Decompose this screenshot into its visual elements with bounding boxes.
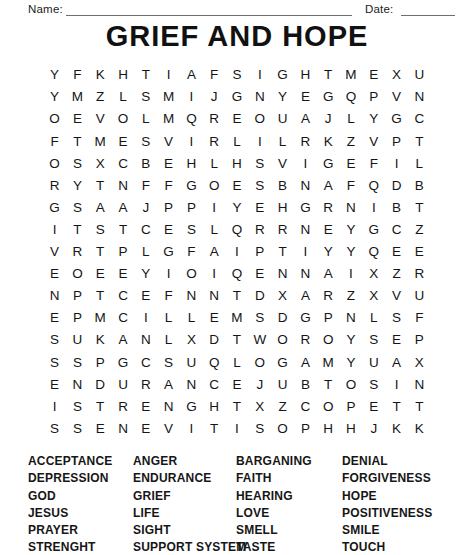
grid-cell[interactable]: C bbox=[408, 108, 431, 130]
grid-cell[interactable]: C bbox=[294, 395, 317, 417]
grid-cell[interactable]: J bbox=[134, 197, 157, 219]
word-list-item: TASTE bbox=[236, 539, 342, 555]
grid-cell[interactable]: J bbox=[317, 108, 340, 130]
grid-cell[interactable]: N bbox=[408, 373, 431, 395]
grid-cell[interactable]: E bbox=[294, 86, 317, 108]
grid-cell[interactable]: R bbox=[43, 174, 66, 196]
grid-cell[interactable]: R bbox=[317, 197, 340, 219]
grid-cell[interactable]: O bbox=[248, 351, 271, 373]
grid-cell[interactable]: S bbox=[43, 418, 66, 440]
grid-cell[interactable]: O bbox=[271, 418, 294, 440]
grid-cell[interactable]: W bbox=[248, 329, 271, 351]
grid-cell[interactable]: B bbox=[294, 373, 317, 395]
grid-cell[interactable]: K bbox=[317, 130, 340, 152]
grid-cell[interactable]: E bbox=[226, 108, 249, 130]
grid-cell[interactable]: N bbox=[203, 285, 226, 307]
grid-cell[interactable]: F bbox=[157, 174, 180, 196]
grid-cell[interactable]: I bbox=[362, 197, 385, 219]
grid-cell[interactable]: T bbox=[385, 395, 408, 417]
grid-cell[interactable]: T bbox=[408, 130, 431, 152]
grid-cell[interactable]: O bbox=[271, 329, 294, 351]
grid-cell[interactable]: L bbox=[340, 108, 363, 130]
grid-cell[interactable]: S bbox=[66, 418, 89, 440]
grid-cell[interactable]: P bbox=[294, 418, 317, 440]
grid-cell[interactable]: P bbox=[340, 395, 363, 417]
grid-cell[interactable]: N bbox=[294, 174, 317, 196]
grid-cell[interactable]: U bbox=[271, 108, 294, 130]
grid-cell[interactable]: Q bbox=[362, 174, 385, 196]
grid-cell[interactable]: E bbox=[226, 373, 249, 395]
grid-cell[interactable]: A bbox=[294, 108, 317, 130]
grid-cell[interactable]: T bbox=[66, 219, 89, 241]
grid-cell[interactable]: H bbox=[271, 197, 294, 219]
grid-cell[interactable]: P bbox=[408, 329, 431, 351]
grid-cell[interactable]: F bbox=[203, 64, 226, 86]
grid-cell[interactable]: H bbox=[226, 152, 249, 174]
grid-cell[interactable]: N bbox=[294, 219, 317, 241]
grid-cell[interactable]: R bbox=[203, 130, 226, 152]
grid-cell[interactable]: E bbox=[248, 263, 271, 285]
grid-cell[interactable]: C bbox=[112, 285, 135, 307]
grid-cell[interactable]: U bbox=[66, 329, 89, 351]
grid-cell[interactable]: T bbox=[226, 329, 249, 351]
grid-cell[interactable]: E bbox=[89, 263, 112, 285]
grid-cell[interactable]: I bbox=[43, 219, 66, 241]
grid-cell[interactable]: G bbox=[112, 351, 135, 373]
grid-cell[interactable]: G bbox=[271, 351, 294, 373]
grid-cell[interactable]: X bbox=[248, 395, 271, 417]
grid-cell[interactable]: G bbox=[180, 174, 203, 196]
grid-cell[interactable]: S bbox=[134, 130, 157, 152]
grid-cell[interactable]: O bbox=[340, 373, 363, 395]
name-input-line[interactable] bbox=[66, 6, 352, 16]
grid-cell[interactable]: V bbox=[271, 152, 294, 174]
grid-cell[interactable]: M bbox=[66, 86, 89, 108]
grid-cell[interactable]: C bbox=[112, 152, 135, 174]
grid-cell[interactable]: N bbox=[180, 373, 203, 395]
grid-cell[interactable]: X bbox=[408, 351, 431, 373]
grid-cell[interactable]: R bbox=[294, 329, 317, 351]
grid-cell[interactable]: A bbox=[112, 329, 135, 351]
grid-cell[interactable]: N bbox=[408, 86, 431, 108]
grid-cell[interactable]: D bbox=[248, 285, 271, 307]
grid-cell[interactable]: J bbox=[203, 86, 226, 108]
grid-cell[interactable]: P bbox=[89, 351, 112, 373]
grid-cell[interactable]: E bbox=[134, 395, 157, 417]
word-list-item: LIFE bbox=[133, 505, 236, 522]
grid-cell[interactable]: T bbox=[408, 395, 431, 417]
grid-cell[interactable]: G bbox=[43, 197, 66, 219]
grid-cell[interactable]: Y bbox=[340, 351, 363, 373]
grid-cell[interactable]: H bbox=[317, 418, 340, 440]
grid-cell[interactable]: L bbox=[408, 152, 431, 174]
word-list-item: BARGANING bbox=[236, 453, 342, 470]
grid-cell[interactable]: Q bbox=[340, 86, 363, 108]
grid-cell[interactable]: E bbox=[112, 130, 135, 152]
grid-cell[interactable]: Q bbox=[203, 351, 226, 373]
grid-cell[interactable]: P bbox=[385, 130, 408, 152]
grid-cell[interactable]: P bbox=[112, 241, 135, 263]
grid-cell[interactable]: B bbox=[271, 174, 294, 196]
grid-cell[interactable]: Y bbox=[66, 174, 89, 196]
grid-cell[interactable]: E bbox=[112, 263, 135, 285]
grid-cell[interactable]: M bbox=[226, 307, 249, 329]
grid-cell[interactable]: P bbox=[362, 86, 385, 108]
grid-cell[interactable]: H bbox=[340, 418, 363, 440]
grid-cell[interactable]: A bbox=[112, 197, 135, 219]
grid-cell[interactable]: N bbox=[157, 395, 180, 417]
grid-cell[interactable]: T bbox=[317, 373, 340, 395]
grid-cell[interactable]: L bbox=[134, 108, 157, 130]
grid-cell[interactable]: S bbox=[66, 351, 89, 373]
grid-cell[interactable]: U bbox=[408, 64, 431, 86]
grid-cell[interactable]: C bbox=[134, 219, 157, 241]
grid-cell[interactable]: U bbox=[180, 351, 203, 373]
grid-cell[interactable]: G bbox=[271, 64, 294, 86]
grid-cell[interactable]: P bbox=[66, 285, 89, 307]
grid-cell[interactable]: I bbox=[385, 152, 408, 174]
grid-cell[interactable]: A bbox=[294, 351, 317, 373]
grid-cell[interactable]: Y bbox=[340, 329, 363, 351]
grid-cell[interactable]: J bbox=[248, 373, 271, 395]
grid-cell[interactable]: A bbox=[203, 241, 226, 263]
grid-cell[interactable]: E bbox=[43, 307, 66, 329]
grid-cell[interactable]: I bbox=[43, 395, 66, 417]
grid-cell[interactable]: X bbox=[385, 64, 408, 86]
grid-cell[interactable]: F bbox=[362, 152, 385, 174]
grid-cell[interactable]: O bbox=[248, 108, 271, 130]
grid-cell[interactable]: Z bbox=[340, 130, 363, 152]
grid-cell[interactable]: H bbox=[180, 152, 203, 174]
grid-cell[interactable]: X bbox=[89, 152, 112, 174]
grid-cell[interactable]: S bbox=[43, 351, 66, 373]
grid-cell[interactable]: O bbox=[203, 174, 226, 196]
grid-cell[interactable]: L bbox=[112, 86, 135, 108]
grid-cell[interactable]: T bbox=[134, 64, 157, 86]
grid-cell[interactable]: L bbox=[226, 130, 249, 152]
grid-cell[interactable]: U bbox=[112, 373, 135, 395]
grid-cell[interactable]: Y bbox=[43, 64, 66, 86]
grid-cell[interactable]: I bbox=[180, 86, 203, 108]
grid-cell[interactable]: I bbox=[180, 418, 203, 440]
grid-cell[interactable]: N bbox=[294, 263, 317, 285]
grid-cell[interactable]: G bbox=[294, 197, 317, 219]
grid-cell[interactable]: R bbox=[248, 219, 271, 241]
grid-cell[interactable]: O bbox=[43, 152, 66, 174]
grid-cell[interactable]: S bbox=[362, 373, 385, 395]
grid-cell[interactable]: E bbox=[157, 152, 180, 174]
grid-cell[interactable]: C bbox=[112, 307, 135, 329]
grid-cell[interactable]: F bbox=[408, 307, 431, 329]
grid-cell[interactable]: O bbox=[317, 395, 340, 417]
grid-cell[interactable]: T bbox=[66, 130, 89, 152]
grid-cell[interactable]: M bbox=[157, 86, 180, 108]
grid-cell[interactable]: Z bbox=[271, 395, 294, 417]
grid-cell[interactable]: P bbox=[66, 307, 89, 329]
grid-cell[interactable]: G bbox=[362, 219, 385, 241]
grid-cell[interactable]: H bbox=[112, 64, 135, 86]
grid-cell[interactable]: G bbox=[157, 241, 180, 263]
grid-cell[interactable]: E bbox=[340, 152, 363, 174]
grid-cell[interactable]: S bbox=[157, 351, 180, 373]
grid-cell[interactable]: N bbox=[180, 285, 203, 307]
grid-cell[interactable]: V bbox=[89, 108, 112, 130]
grid-cell[interactable]: N bbox=[112, 418, 135, 440]
grid-cell[interactable]: B bbox=[408, 174, 431, 196]
grid-cell[interactable]: N bbox=[43, 285, 66, 307]
grid-cell[interactable]: I bbox=[226, 418, 249, 440]
grid-cell[interactable]: E bbox=[226, 174, 249, 196]
grid-cell[interactable]: E bbox=[43, 373, 66, 395]
grid-cell[interactable]: Y bbox=[362, 108, 385, 130]
grid-cell[interactable]: A bbox=[157, 373, 180, 395]
grid-cell[interactable]: T bbox=[408, 197, 431, 219]
word-list-item: ACCEPTANCE bbox=[28, 453, 133, 470]
grid-cell[interactable]: O bbox=[180, 263, 203, 285]
grid-cell[interactable]: E bbox=[203, 307, 226, 329]
grid-cell[interactable]: X bbox=[362, 285, 385, 307]
grid-cell[interactable]: R bbox=[112, 395, 135, 417]
grid-cell[interactable]: I bbox=[248, 130, 271, 152]
grid-cell[interactable]: A bbox=[317, 263, 340, 285]
grid-cell[interactable]: L bbox=[203, 152, 226, 174]
grid-cell[interactable]: U bbox=[408, 285, 431, 307]
grid-cell[interactable]: S bbox=[66, 197, 89, 219]
grid-cell[interactable]: E bbox=[66, 108, 89, 130]
grid-cell[interactable]: Q bbox=[226, 263, 249, 285]
grid-cell[interactable]: S bbox=[89, 219, 112, 241]
grid-cell[interactable]: V bbox=[157, 130, 180, 152]
grid-cell[interactable]: U bbox=[271, 373, 294, 395]
grid-cell[interactable]: F bbox=[340, 174, 363, 196]
grid-cell[interactable]: S bbox=[66, 152, 89, 174]
grid-cell[interactable]: N bbox=[271, 263, 294, 285]
grid-cell[interactable]: T bbox=[89, 395, 112, 417]
grid-cell[interactable]: F bbox=[66, 64, 89, 86]
grid-cell[interactable]: E bbox=[89, 418, 112, 440]
date-input-line[interactable] bbox=[401, 6, 455, 16]
grid-cell[interactable]: O bbox=[43, 108, 66, 130]
grid-cell[interactable]: K bbox=[385, 418, 408, 440]
grid-cell[interactable]: I bbox=[385, 373, 408, 395]
grid-cell[interactable]: S bbox=[134, 86, 157, 108]
grid-cell[interactable]: U bbox=[362, 351, 385, 373]
grid-cell[interactable]: E bbox=[134, 285, 157, 307]
grid-cell[interactable]: V bbox=[362, 130, 385, 152]
grid-cell[interactable]: R bbox=[271, 219, 294, 241]
grid-cell[interactable]: T bbox=[89, 285, 112, 307]
grid-cell[interactable]: I bbox=[294, 152, 317, 174]
word-list-item: ENDURANCE bbox=[133, 470, 236, 487]
grid-cell[interactable]: G bbox=[317, 86, 340, 108]
grid-cell[interactable]: T bbox=[226, 285, 249, 307]
grid-cell[interactable]: E bbox=[248, 197, 271, 219]
grid-cell[interactable]: N bbox=[340, 197, 363, 219]
word-list: ACCEPTANCEANGERBARGANINGDENIALDEPRESSION… bbox=[28, 453, 458, 555]
grid-cell[interactable]: L bbox=[180, 307, 203, 329]
grid-cell[interactable]: Z bbox=[89, 86, 112, 108]
grid-cell[interactable]: P bbox=[317, 307, 340, 329]
grid-cell[interactable]: I bbox=[294, 241, 317, 263]
grid-cell[interactable]: A bbox=[317, 174, 340, 196]
grid-cell[interactable]: V bbox=[385, 86, 408, 108]
grid-cell[interactable]: S bbox=[385, 307, 408, 329]
grid-cell[interactable]: R bbox=[134, 373, 157, 395]
grid-cell[interactable]: C bbox=[203, 373, 226, 395]
grid-cell[interactable]: S bbox=[180, 219, 203, 241]
grid-cell[interactable]: I bbox=[203, 263, 226, 285]
grid-cell[interactable]: X bbox=[362, 263, 385, 285]
grid-cell[interactable]: S bbox=[248, 152, 271, 174]
grid-cell[interactable]: R bbox=[294, 130, 317, 152]
grid-cell[interactable]: S bbox=[248, 174, 271, 196]
grid-cell[interactable]: E bbox=[385, 329, 408, 351]
grid-cell[interactable]: E bbox=[385, 241, 408, 263]
grid-cell[interactable]: T bbox=[203, 418, 226, 440]
grid-cell[interactable]: N bbox=[248, 86, 271, 108]
grid-cell[interactable]: Z bbox=[385, 263, 408, 285]
grid-cell[interactable]: L bbox=[157, 307, 180, 329]
grid-cell[interactable]: K bbox=[89, 64, 112, 86]
grid-cell[interactable]: D bbox=[203, 329, 226, 351]
grid-cell[interactable]: D bbox=[89, 373, 112, 395]
grid-cell[interactable]: E bbox=[362, 64, 385, 86]
grid-cell[interactable]: L bbox=[134, 241, 157, 263]
grid-cell[interactable]: Y bbox=[226, 197, 249, 219]
grid-cell[interactable]: D bbox=[385, 174, 408, 196]
grid-cell[interactable]: X bbox=[180, 329, 203, 351]
grid-cell[interactable]: Z bbox=[408, 219, 431, 241]
grid-cell[interactable]: I bbox=[157, 263, 180, 285]
grid-cell[interactable]: I bbox=[226, 241, 249, 263]
grid-cell[interactable]: S bbox=[66, 395, 89, 417]
grid-cell[interactable]: P bbox=[248, 241, 271, 263]
grid-cell[interactable]: T bbox=[89, 241, 112, 263]
grid-cell[interactable]: A bbox=[180, 64, 203, 86]
grid-cell[interactable]: I bbox=[203, 197, 226, 219]
grid-cell[interactable]: M bbox=[340, 64, 363, 86]
grid-cell[interactable]: O bbox=[112, 108, 135, 130]
grid-cell[interactable]: Y bbox=[317, 241, 340, 263]
grid-cell[interactable]: R bbox=[203, 108, 226, 130]
grid-cell[interactable]: E bbox=[134, 418, 157, 440]
grid-cell[interactable]: T bbox=[112, 219, 135, 241]
grid-cell[interactable]: L bbox=[271, 130, 294, 152]
grid-cell[interactable]: O bbox=[317, 329, 340, 351]
grid-cell[interactable]: Q bbox=[226, 219, 249, 241]
grid-cell[interactable]: V bbox=[157, 418, 180, 440]
grid-cell[interactable]: P bbox=[157, 197, 180, 219]
grid-cell[interactable]: L bbox=[157, 329, 180, 351]
grid-cell[interactable]: S bbox=[248, 418, 271, 440]
word-list-item: SMILE bbox=[342, 522, 458, 539]
grid-cell[interactable]: I bbox=[134, 307, 157, 329]
grid-cell[interactable]: X bbox=[271, 285, 294, 307]
grid-cell[interactable]: S bbox=[362, 329, 385, 351]
grid-cell[interactable]: G bbox=[294, 307, 317, 329]
grid-cell[interactable]: I bbox=[248, 64, 271, 86]
grid-cell[interactable]: Y bbox=[340, 219, 363, 241]
grid-cell[interactable]: B bbox=[385, 197, 408, 219]
grid-cell[interactable]: S bbox=[226, 64, 249, 86]
grid-cell[interactable]: M bbox=[89, 307, 112, 329]
grid-cell[interactable]: C bbox=[134, 351, 157, 373]
grid-cell[interactable]: E bbox=[362, 395, 385, 417]
grid-cell[interactable]: Q bbox=[362, 241, 385, 263]
grid-cell[interactable]: N bbox=[340, 307, 363, 329]
puzzle-title: GRIEF AND HOPE bbox=[0, 20, 474, 53]
grid-cell[interactable]: A bbox=[89, 197, 112, 219]
grid-cell[interactable]: G bbox=[385, 108, 408, 130]
grid-cell[interactable]: T bbox=[89, 174, 112, 196]
grid-cell[interactable]: R bbox=[408, 263, 431, 285]
grid-cell[interactable]: A bbox=[385, 351, 408, 373]
grid-cell[interactable]: C bbox=[385, 219, 408, 241]
grid-cell[interactable]: Q bbox=[180, 108, 203, 130]
grid-cell[interactable]: E bbox=[43, 263, 66, 285]
grid-cell[interactable]: Y bbox=[43, 86, 66, 108]
grid-cell[interactable]: F bbox=[180, 241, 203, 263]
grid-cell[interactable]: F bbox=[43, 130, 66, 152]
grid-cell[interactable]: T bbox=[226, 395, 249, 417]
grid-cell[interactable]: J bbox=[362, 418, 385, 440]
grid-cell[interactable]: K bbox=[408, 418, 431, 440]
grid-cell[interactable]: I bbox=[157, 64, 180, 86]
grid-cell[interactable]: V bbox=[385, 285, 408, 307]
word-list-item: DEPRESSION bbox=[28, 470, 133, 487]
grid-cell[interactable]: G bbox=[226, 86, 249, 108]
grid-cell[interactable]: E bbox=[317, 219, 340, 241]
grid-cell[interactable]: R bbox=[317, 285, 340, 307]
grid-cell[interactable]: E bbox=[408, 241, 431, 263]
grid-cell[interactable]: F bbox=[134, 174, 157, 196]
grid-cell[interactable]: T bbox=[271, 241, 294, 263]
grid-cell[interactable]: E bbox=[157, 219, 180, 241]
grid-cell[interactable]: H bbox=[294, 64, 317, 86]
grid-cell[interactable]: S bbox=[248, 307, 271, 329]
grid-cell[interactable]: Y bbox=[134, 263, 157, 285]
grid-cell[interactable]: Y bbox=[271, 86, 294, 108]
grid-cell[interactable]: D bbox=[271, 307, 294, 329]
grid-cell[interactable]: N bbox=[66, 373, 89, 395]
grid-cell[interactable]: I bbox=[180, 130, 203, 152]
grid-cell[interactable]: L bbox=[203, 219, 226, 241]
grid-cell[interactable]: B bbox=[134, 152, 157, 174]
grid-cell[interactable]: G bbox=[180, 395, 203, 417]
grid-cell[interactable]: A bbox=[294, 285, 317, 307]
grid-cell[interactable]: M bbox=[157, 108, 180, 130]
grid-cell[interactable]: O bbox=[66, 263, 89, 285]
grid-cell[interactable]: I bbox=[340, 263, 363, 285]
grid-cell[interactable]: V bbox=[43, 241, 66, 263]
grid-cell[interactable]: G bbox=[317, 152, 340, 174]
grid-cell[interactable]: Z bbox=[340, 285, 363, 307]
grid-cell[interactable]: N bbox=[112, 174, 135, 196]
grid-cell[interactable]: L bbox=[226, 351, 249, 373]
grid-cell[interactable]: T bbox=[317, 64, 340, 86]
grid-cell[interactable]: H bbox=[203, 395, 226, 417]
grid-cell[interactable]: S bbox=[43, 329, 66, 351]
grid-cell[interactable]: Y bbox=[340, 241, 363, 263]
grid-cell[interactable]: F bbox=[157, 285, 180, 307]
grid-cell[interactable]: R bbox=[66, 241, 89, 263]
grid-cell[interactable]: M bbox=[317, 351, 340, 373]
grid-cell[interactable]: M bbox=[89, 130, 112, 152]
grid-cell[interactable]: K bbox=[89, 329, 112, 351]
grid-cell[interactable]: L bbox=[362, 307, 385, 329]
grid-cell[interactable]: P bbox=[180, 197, 203, 219]
grid-cell[interactable]: N bbox=[134, 329, 157, 351]
